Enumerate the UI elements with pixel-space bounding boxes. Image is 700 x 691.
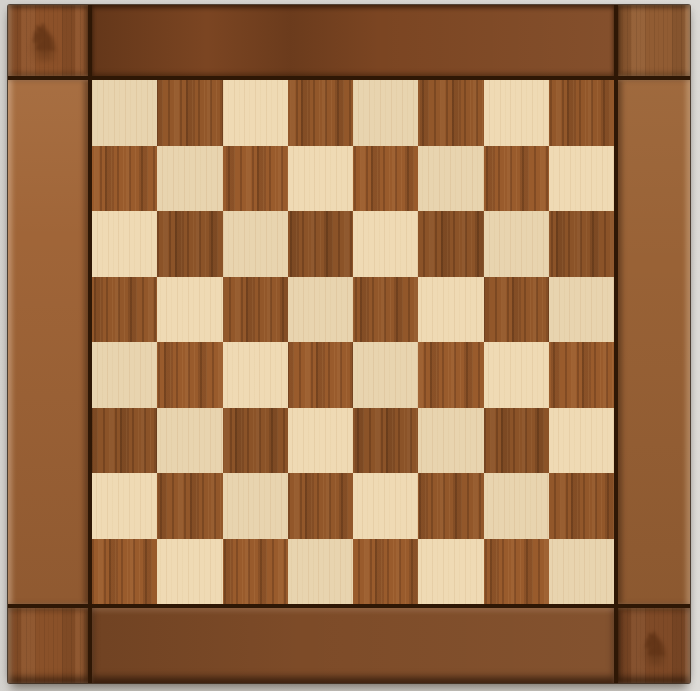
square-e2 [353,473,418,539]
square-b4 [157,342,222,408]
square-b3 [157,408,222,474]
square-h4 [549,342,614,408]
square-b5 [157,277,222,343]
knight-brand-logo-icon: ♞ [639,627,670,660]
frame-corner-bottom-right: ♞ [618,608,690,683]
square-e8 [353,80,418,146]
square-a3 [92,408,157,474]
square-h7 [549,146,614,212]
square-g6 [484,211,549,277]
square-h1 [549,539,614,605]
square-a5 [92,277,157,343]
square-b1 [157,539,222,605]
square-f7 [418,146,483,212]
square-g2 [484,473,549,539]
square-b7 [157,146,222,212]
square-c4 [223,342,288,408]
square-c3 [223,408,288,474]
square-d7 [288,146,353,212]
square-f2 [418,473,483,539]
frame-corner-top-right [618,5,690,76]
square-a4 [92,342,157,408]
square-c8 [223,80,288,146]
square-b8 [157,80,222,146]
frame-rail-right [618,80,690,604]
square-g3 [484,408,549,474]
square-d4 [288,342,353,408]
square-b6 [157,211,222,277]
playing-field [92,80,614,604]
square-g7 [484,146,549,212]
square-d2 [288,473,353,539]
frame-rail-top [92,5,614,76]
square-a7 [92,146,157,212]
square-f8 [418,80,483,146]
square-c6 [223,211,288,277]
square-d1 [288,539,353,605]
chess-board: ♞ ♞ [8,5,690,683]
square-f3 [418,408,483,474]
square-c7 [223,146,288,212]
square-h3 [549,408,614,474]
square-f4 [418,342,483,408]
square-e3 [353,408,418,474]
square-d3 [288,408,353,474]
knight-brand-logo-icon: ♞ [27,19,62,56]
square-e5 [353,277,418,343]
square-e1 [353,539,418,605]
square-g4 [484,342,549,408]
square-a1 [92,539,157,605]
square-g1 [484,539,549,605]
square-d6 [288,211,353,277]
photo-background: ♞ ♞ [0,0,700,691]
frame-rail-left [8,80,88,604]
square-f1 [418,539,483,605]
square-a8 [92,80,157,146]
square-f6 [418,211,483,277]
square-f5 [418,277,483,343]
square-e6 [353,211,418,277]
square-e4 [353,342,418,408]
square-d5 [288,277,353,343]
square-b2 [157,473,222,539]
square-h6 [549,211,614,277]
frame-corner-top-left: ♞ [8,5,88,76]
square-h5 [549,277,614,343]
frame-rail-bottom [92,608,614,683]
square-c2 [223,473,288,539]
square-h2 [549,473,614,539]
square-c1 [223,539,288,605]
square-h8 [549,80,614,146]
square-c5 [223,277,288,343]
frame-corner-bottom-left [8,608,88,683]
square-d8 [288,80,353,146]
square-a2 [92,473,157,539]
square-g8 [484,80,549,146]
square-a6 [92,211,157,277]
square-g5 [484,277,549,343]
square-e7 [353,146,418,212]
